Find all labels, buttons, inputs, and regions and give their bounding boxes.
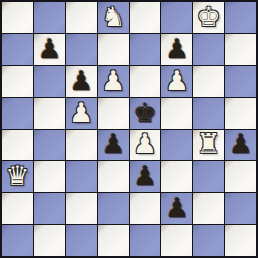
square-c2[interactable] — [66, 193, 97, 224]
white-pawn[interactable]: ♟ — [165, 67, 189, 94]
square-g4[interactable]: ♜ — [193, 130, 224, 161]
square-d2[interactable] — [98, 193, 129, 224]
black-pawn[interactable]: ♟ — [69, 67, 93, 94]
square-b6[interactable] — [34, 66, 65, 97]
square-e7[interactable] — [130, 34, 161, 65]
square-a8[interactable] — [2, 2, 33, 33]
square-e4[interactable]: ♟ — [130, 130, 161, 161]
square-d5[interactable] — [98, 98, 129, 129]
square-c1[interactable] — [66, 225, 97, 256]
white-pawn[interactable]: ♟ — [69, 99, 93, 126]
black-pawn[interactable]: ♟ — [165, 35, 189, 62]
square-g3[interactable] — [193, 161, 224, 192]
square-b7[interactable]: ♟ — [34, 34, 65, 65]
square-c8[interactable] — [66, 2, 97, 33]
square-b5[interactable] — [34, 98, 65, 129]
black-pawn[interactable]: ♟ — [133, 162, 157, 189]
white-pawn[interactable]: ♟ — [101, 67, 125, 94]
black-pawn[interactable]: ♟ — [228, 130, 252, 157]
square-d4[interactable]: ♟ — [98, 130, 129, 161]
square-f4[interactable] — [161, 130, 192, 161]
square-d3[interactable] — [98, 161, 129, 192]
black-pawn[interactable]: ♟ — [101, 130, 125, 157]
square-a4[interactable] — [2, 130, 33, 161]
square-f1[interactable] — [161, 225, 192, 256]
square-b4[interactable] — [34, 130, 65, 161]
square-b3[interactable] — [34, 161, 65, 192]
square-d8[interactable]: ♞ — [98, 2, 129, 33]
square-c7[interactable] — [66, 34, 97, 65]
square-c3[interactable] — [66, 161, 97, 192]
white-pawn[interactable]: ♟ — [133, 130, 157, 157]
square-a5[interactable] — [2, 98, 33, 129]
square-f2[interactable]: ♟ — [161, 193, 192, 224]
white-knight[interactable]: ♞ — [101, 3, 125, 30]
square-a1[interactable] — [2, 225, 33, 256]
square-b2[interactable] — [34, 193, 65, 224]
square-f6[interactable]: ♟ — [161, 66, 192, 97]
square-e6[interactable] — [130, 66, 161, 97]
square-h7[interactable] — [225, 34, 256, 65]
white-rook[interactable]: ♜ — [197, 130, 221, 157]
square-g7[interactable] — [193, 34, 224, 65]
square-f5[interactable] — [161, 98, 192, 129]
square-h3[interactable] — [225, 161, 256, 192]
square-d1[interactable] — [98, 225, 129, 256]
square-a3[interactable]: ♛ — [2, 161, 33, 192]
square-g5[interactable] — [193, 98, 224, 129]
square-c6[interactable]: ♟ — [66, 66, 97, 97]
square-a7[interactable] — [2, 34, 33, 65]
square-g2[interactable] — [193, 193, 224, 224]
square-f8[interactable] — [161, 2, 192, 33]
square-b8[interactable] — [34, 2, 65, 33]
square-d7[interactable] — [98, 34, 129, 65]
chess-board-frame: ♞♚♟♟♟♟♟♟♚♟♟♜♟♛♟♟ — [0, 0, 258, 258]
square-h4[interactable]: ♟ — [225, 130, 256, 161]
square-f3[interactable] — [161, 161, 192, 192]
square-h8[interactable] — [225, 2, 256, 33]
square-e8[interactable] — [130, 2, 161, 33]
square-a6[interactable] — [2, 66, 33, 97]
square-h5[interactable] — [225, 98, 256, 129]
square-f7[interactable]: ♟ — [161, 34, 192, 65]
square-e5[interactable]: ♚ — [130, 98, 161, 129]
chess-board: ♞♚♟♟♟♟♟♟♚♟♟♜♟♛♟♟ — [2, 2, 256, 256]
square-h6[interactable] — [225, 66, 256, 97]
square-d6[interactable]: ♟ — [98, 66, 129, 97]
square-g8[interactable]: ♚ — [193, 2, 224, 33]
square-c4[interactable] — [66, 130, 97, 161]
square-c5[interactable]: ♟ — [66, 98, 97, 129]
square-a2[interactable] — [2, 193, 33, 224]
square-e1[interactable] — [130, 225, 161, 256]
black-king[interactable]: ♚ — [133, 99, 157, 126]
square-e3[interactable]: ♟ — [130, 161, 161, 192]
square-b1[interactable] — [34, 225, 65, 256]
white-king[interactable]: ♚ — [197, 3, 221, 30]
square-h1[interactable] — [225, 225, 256, 256]
square-g6[interactable] — [193, 66, 224, 97]
white-queen[interactable]: ♛ — [5, 162, 29, 189]
square-e2[interactable] — [130, 193, 161, 224]
square-h2[interactable] — [225, 193, 256, 224]
square-g1[interactable] — [193, 225, 224, 256]
black-pawn[interactable]: ♟ — [165, 194, 189, 221]
black-pawn[interactable]: ♟ — [37, 35, 61, 62]
